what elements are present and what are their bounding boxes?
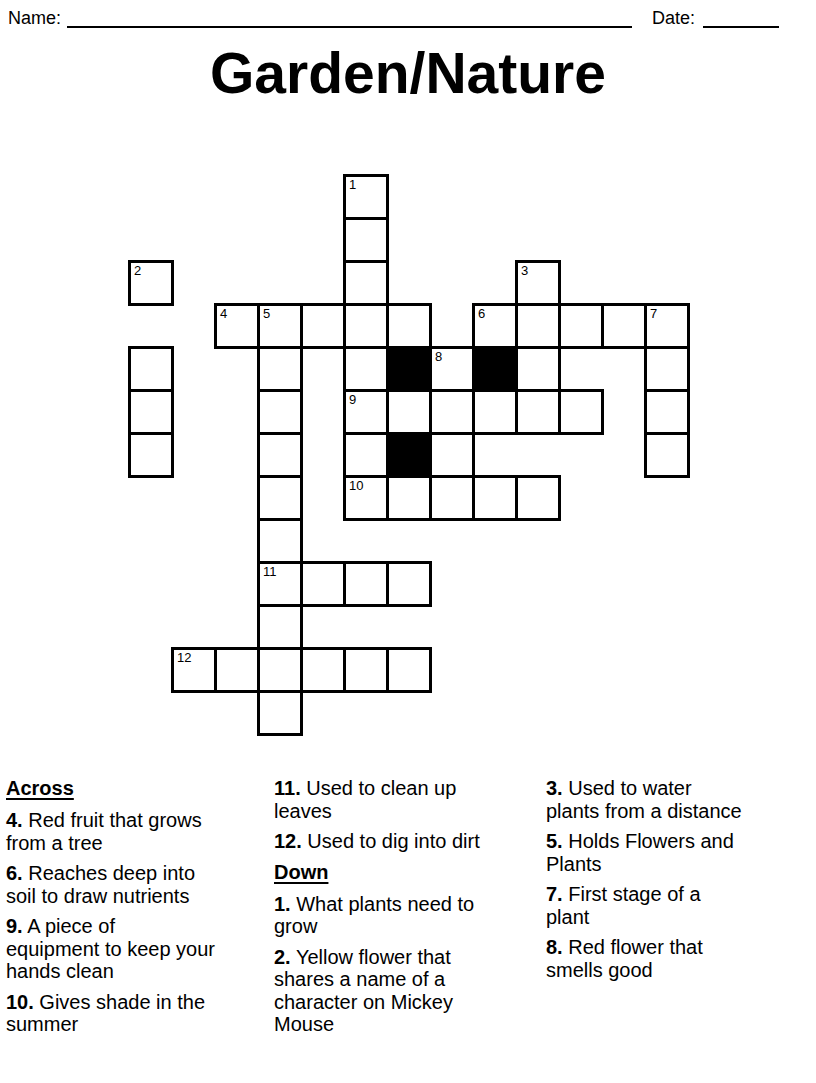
clue-number-label: 6. — [6, 862, 23, 884]
black-cell — [386, 346, 432, 392]
grid-cell[interactable] — [257, 389, 303, 435]
grid-cell[interactable] — [429, 432, 475, 478]
grid-cell[interactable] — [128, 432, 174, 478]
cell-number: 10 — [349, 478, 363, 493]
grid-cell[interactable] — [257, 647, 303, 693]
clue-column-left: Across4. Red fruit that growsfrom a tree… — [6, 777, 262, 1044]
grid-cell[interactable] — [343, 346, 389, 392]
down-clue-1: 1. What plants need togrow — [274, 893, 540, 938]
clue-number-label: 10. — [6, 991, 34, 1013]
grid-cell[interactable] — [257, 432, 303, 478]
clue-number-label: 1. — [274, 893, 291, 915]
grid-cell[interactable] — [515, 346, 561, 392]
grid-cell[interactable] — [300, 303, 346, 349]
across-clue-4: 4. Red fruit that growsfrom a tree — [6, 809, 262, 854]
grid-cell[interactable]: 11 — [257, 561, 303, 607]
grid-cell[interactable]: 9 — [343, 389, 389, 435]
grid-cell[interactable] — [343, 432, 389, 478]
clue-number-label: 8. — [546, 936, 563, 958]
grid-cell[interactable] — [343, 303, 389, 349]
down-clue-5: 5. Holds Flowers andPlants — [546, 830, 808, 875]
across-clue-6: 6. Reaches deep intosoil to draw nutrien… — [6, 862, 262, 907]
grid-cell[interactable] — [472, 475, 518, 521]
name-write-in-line[interactable] — [67, 6, 632, 28]
grid-cell[interactable] — [257, 518, 303, 564]
grid-cell[interactable] — [644, 432, 690, 478]
grid-cell[interactable]: 2 — [128, 260, 174, 306]
clue-number-label: 7. — [546, 883, 563, 905]
down-clue-7: 7. First stage of aplant — [546, 883, 808, 928]
clue-number-label: 11. — [274, 777, 301, 799]
cell-number: 11 — [263, 564, 277, 579]
grid-cell[interactable] — [128, 346, 174, 392]
grid-cell[interactable] — [515, 389, 561, 435]
cell-number: 7 — [650, 306, 657, 321]
grid-cell[interactable] — [386, 647, 432, 693]
down-clue-2: 2. Yellow flower thatshares a name of ac… — [274, 946, 540, 1036]
grid-cell[interactable] — [343, 561, 389, 607]
cell-number: 12 — [177, 650, 191, 665]
cell-number: 3 — [521, 263, 528, 278]
grid-cell[interactable] — [429, 389, 475, 435]
down-clue-3: 3. Used to waterplants from a distance — [546, 777, 808, 822]
grid-cell[interactable]: 4 — [214, 303, 260, 349]
clue-column-middle: 11. Used to clean upleaves12. Used to di… — [274, 777, 540, 1044]
grid-cell[interactable] — [644, 389, 690, 435]
grid-cell[interactable]: 12 — [171, 647, 217, 693]
clue-number-label: 2. — [274, 946, 291, 968]
black-cell — [386, 432, 432, 478]
grid-cell[interactable] — [257, 475, 303, 521]
grid-cell[interactable]: 8 — [429, 346, 475, 392]
down-clue-8: 8. Red flower thatsmells good — [546, 936, 808, 981]
clue-number-label: 9. — [6, 915, 23, 937]
grid-cell[interactable] — [515, 303, 561, 349]
crossword-grid: 123456789101112 — [128, 174, 690, 736]
grid-cell[interactable]: 6 — [472, 303, 518, 349]
across-heading: Across — [6, 777, 262, 800]
cell-number: 6 — [478, 306, 485, 321]
down-heading: Down — [274, 861, 540, 884]
name-label: Name: — [8, 8, 61, 29]
across-clue-11: 11. Used to clean upleaves — [274, 777, 540, 822]
grid-cell[interactable]: 5 — [257, 303, 303, 349]
grid-cell[interactable] — [257, 346, 303, 392]
grid-cell[interactable] — [386, 475, 432, 521]
grid-cell[interactable] — [300, 561, 346, 607]
across-clue-12: 12. Used to dig into dirt — [274, 830, 540, 853]
grid-cell[interactable] — [343, 647, 389, 693]
grid-cell[interactable] — [300, 647, 346, 693]
clue-column-right: 3. Used to waterplants from a distance5.… — [546, 777, 808, 989]
cell-number: 5 — [263, 306, 270, 321]
grid-cell[interactable] — [558, 389, 604, 435]
grid-cell[interactable] — [257, 604, 303, 650]
cell-number: 9 — [349, 392, 356, 407]
grid-cell[interactable] — [601, 303, 647, 349]
cell-number: 4 — [220, 306, 227, 321]
clue-number-label: 4. — [6, 809, 23, 831]
across-clue-9: 9. A piece ofequipment to keep yourhands… — [6, 915, 262, 983]
grid-cell[interactable] — [386, 561, 432, 607]
grid-cell[interactable] — [386, 303, 432, 349]
grid-cell[interactable]: 1 — [343, 174, 389, 220]
clue-number-label: 5. — [546, 830, 563, 852]
grid-cell[interactable] — [343, 217, 389, 263]
grid-cell[interactable] — [257, 690, 303, 736]
grid-cell[interactable] — [429, 475, 475, 521]
puzzle-title: Garden/Nature — [0, 40, 816, 106]
cell-number: 2 — [134, 263, 141, 278]
crossword-worksheet: Name: Date: Garden/Nature 12345678910111… — [0, 0, 816, 1083]
date-write-in-line[interactable] — [703, 6, 779, 28]
clue-number-label: 3. — [546, 777, 563, 799]
grid-cell[interactable] — [128, 389, 174, 435]
grid-cell[interactable] — [214, 647, 260, 693]
grid-cell[interactable]: 3 — [515, 260, 561, 306]
across-clue-10: 10. Gives shade in thesummer — [6, 991, 262, 1036]
grid-cell[interactable]: 10 — [343, 475, 389, 521]
grid-cell[interactable] — [343, 260, 389, 306]
grid-cell[interactable] — [472, 389, 518, 435]
grid-cell[interactable] — [515, 475, 561, 521]
cell-number: 8 — [435, 349, 442, 364]
grid-cell[interactable] — [386, 389, 432, 435]
grid-cell[interactable] — [644, 346, 690, 392]
clue-number-label: 12. — [274, 830, 302, 852]
grid-cell[interactable] — [558, 303, 604, 349]
date-label: Date: — [652, 8, 695, 29]
cell-number: 1 — [349, 177, 356, 192]
grid-cell[interactable]: 7 — [644, 303, 690, 349]
black-cell — [472, 346, 518, 392]
